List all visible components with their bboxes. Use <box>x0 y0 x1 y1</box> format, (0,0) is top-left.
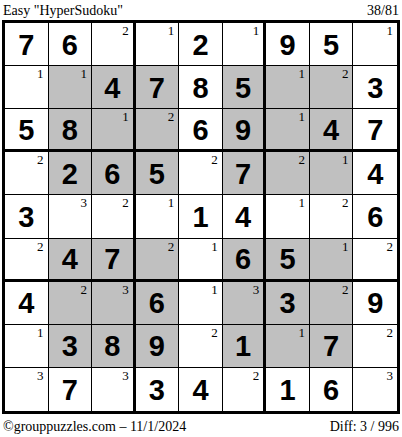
cell-r8c2[interactable]: 3 <box>49 325 93 368</box>
corner-mark: 1 <box>298 109 305 124</box>
cell-r6c1[interactable]: 2 <box>5 239 49 282</box>
puzzle-page: Easy "HyperSudoku" 38/81 762121951114785… <box>0 0 402 437</box>
corner-mark: 1 <box>122 109 129 124</box>
cell-r2c2[interactable]: 1 <box>49 66 93 109</box>
cell-r5c3[interactable]: 2 <box>92 195 136 238</box>
cell-r4c7[interactable]: 2 <box>266 152 310 195</box>
progress-counter: 38/81 <box>367 3 399 19</box>
cell-r6c2[interactable]: 4 <box>49 239 93 282</box>
cell-r4c6[interactable]: 7 <box>223 152 267 195</box>
corner-mark: 1 <box>37 66 44 81</box>
cell-r9c4[interactable]: 3 <box>136 368 180 411</box>
corner-mark: 1 <box>168 23 175 38</box>
cell-r7c1[interactable]: 4 <box>5 282 49 325</box>
given-digit: 2 <box>192 29 208 60</box>
corner-mark: 2 <box>342 66 349 81</box>
cell-r6c3[interactable]: 7 <box>92 239 136 282</box>
cell-r7c7[interactable]: 3 <box>266 282 310 325</box>
given-digit: 7 <box>62 374 78 405</box>
given-digit: 5 <box>149 158 165 189</box>
cell-r1c4[interactable]: 1 <box>136 23 180 66</box>
given-digit: 6 <box>149 287 165 318</box>
cell-r4c3[interactable]: 6 <box>92 152 136 195</box>
cell-r6c9[interactable]: 2 <box>353 239 397 282</box>
given-digit: 7 <box>367 114 383 145</box>
given-digit: 6 <box>62 29 78 60</box>
given-digit: 2 <box>62 158 78 189</box>
given-digit: 4 <box>104 72 120 103</box>
cell-r6c7[interactable]: 5 <box>266 239 310 282</box>
cell-r3c5[interactable]: 6 <box>179 109 223 152</box>
cell-r1c1[interactable]: 7 <box>5 23 49 66</box>
cell-r4c8[interactable]: 1 <box>310 152 354 195</box>
cell-r7c9[interactable]: 9 <box>353 282 397 325</box>
corner-mark: 2 <box>168 109 175 124</box>
corner-mark: 2 <box>298 152 305 167</box>
cell-r3c9[interactable]: 7 <box>353 109 397 152</box>
cell-r6c4[interactable]: 2 <box>136 239 180 282</box>
puzzle-title: Easy "HyperSudoku" <box>3 3 123 19</box>
cell-r1c3[interactable]: 2 <box>92 23 136 66</box>
cell-r4c9[interactable]: 4 <box>353 152 397 195</box>
corner-mark: 2 <box>168 239 175 254</box>
given-digit: 1 <box>280 374 296 405</box>
cell-r7c8[interactable]: 2 <box>310 282 354 325</box>
given-digit: 7 <box>323 330 339 361</box>
corner-mark: 2 <box>253 368 260 383</box>
corner-mark: 2 <box>122 23 129 38</box>
cell-r2c4[interactable]: 7 <box>136 66 180 109</box>
cell-r7c2[interactable]: 2 <box>49 282 93 325</box>
given-digit: 7 <box>18 29 34 60</box>
corner-mark: 2 <box>37 152 44 167</box>
given-digit: 9 <box>149 330 165 361</box>
corner-mark: 3 <box>253 282 260 297</box>
cell-r5c7[interactable]: 1 <box>266 195 310 238</box>
corner-mark: 2 <box>387 239 394 254</box>
corner-mark: 1 <box>387 23 394 38</box>
cell-r3c8[interactable]: 4 <box>310 109 354 152</box>
cell-r4c2[interactable]: 2 <box>49 152 93 195</box>
cell-r8c5[interactable]: 2 <box>179 325 223 368</box>
given-digit: 4 <box>367 158 383 189</box>
cell-r8c8[interactable]: 7 <box>310 325 354 368</box>
cell-r4c1[interactable]: 2 <box>5 152 49 195</box>
cell-r6c8[interactable]: 1 <box>310 239 354 282</box>
given-digit: 9 <box>280 29 296 60</box>
given-digit: 3 <box>367 72 383 103</box>
corner-mark: 3 <box>81 195 88 210</box>
corner-mark: 3 <box>122 368 129 383</box>
given-digit: 7 <box>104 243 120 274</box>
given-digit: 1 <box>192 201 208 232</box>
corner-mark: 1 <box>298 66 305 81</box>
cell-r8c9[interactable]: 2 <box>353 325 397 368</box>
cell-r2c6[interactable]: 5 <box>223 66 267 109</box>
cell-r1c8[interactable]: 5 <box>310 23 354 66</box>
cell-r2c5[interactable]: 8 <box>179 66 223 109</box>
cell-r5c9[interactable]: 6 <box>353 195 397 238</box>
given-digit: 6 <box>235 243 251 274</box>
corner-mark: 1 <box>298 325 305 340</box>
given-digit: 9 <box>235 114 251 145</box>
cell-r8c7[interactable]: 1 <box>266 325 310 368</box>
given-digit: 4 <box>235 201 251 232</box>
corner-mark: 2 <box>37 239 44 254</box>
given-digit: 9 <box>367 287 383 318</box>
cell-r9c7[interactable]: 1 <box>266 368 310 411</box>
given-digit: 3 <box>149 374 165 405</box>
given-digit: 5 <box>280 243 296 274</box>
given-digit: 3 <box>18 201 34 232</box>
corner-mark: 1 <box>342 239 349 254</box>
cell-r2c1[interactable]: 1 <box>5 66 49 109</box>
cell-r8c6[interactable]: 1 <box>223 325 267 368</box>
given-digit: 4 <box>18 287 34 318</box>
cell-r9c1[interactable]: 3 <box>5 368 49 411</box>
cell-r1c6[interactable]: 1 <box>223 23 267 66</box>
cell-r5c6[interactable]: 4 <box>223 195 267 238</box>
given-digit: 8 <box>104 330 120 361</box>
corner-mark: 1 <box>253 23 260 38</box>
cell-r9c9[interactable]: 3 <box>353 368 397 411</box>
given-digit: 5 <box>323 29 339 60</box>
cell-r9c8[interactable]: 6 <box>310 368 354 411</box>
cell-r5c2[interactable]: 3 <box>49 195 93 238</box>
corner-mark: 3 <box>37 368 44 383</box>
cell-r7c4[interactable]: 6 <box>136 282 180 325</box>
credit-text: ©grouppuzzles.com – 11/1/2024 <box>3 419 186 435</box>
corner-mark: 1 <box>168 195 175 210</box>
cell-r3c1[interactable]: 5 <box>5 109 49 152</box>
given-digit: 3 <box>280 287 296 318</box>
corner-mark: 1 <box>342 152 349 167</box>
given-digit: 6 <box>367 201 383 232</box>
cell-r9c6[interactable]: 2 <box>223 368 267 411</box>
given-digit: 5 <box>18 114 34 145</box>
given-digit: 5 <box>235 72 251 103</box>
cell-r6c5[interactable]: 1 <box>179 239 223 282</box>
given-digit: 8 <box>192 72 208 103</box>
given-digit: 7 <box>149 72 165 103</box>
corner-mark: 1 <box>298 195 305 210</box>
given-digit: 4 <box>62 243 78 274</box>
corner-mark: 1 <box>37 325 44 340</box>
corner-mark: 1 <box>81 66 88 81</box>
cell-r2c8[interactable]: 2 <box>310 66 354 109</box>
corner-mark: 2 <box>122 195 129 210</box>
corner-mark: 2 <box>342 282 349 297</box>
given-digit: 3 <box>62 330 78 361</box>
cell-r7c3[interactable]: 3 <box>92 282 136 325</box>
cell-r5c1[interactable]: 3 <box>5 195 49 238</box>
given-digit: 8 <box>62 114 78 145</box>
cell-r1c5[interactable]: 2 <box>179 23 223 66</box>
given-digit: 7 <box>235 158 251 189</box>
cell-r9c5[interactable]: 4 <box>179 368 223 411</box>
cell-r1c7[interactable]: 9 <box>266 23 310 66</box>
cell-r3c7[interactable]: 1 <box>266 109 310 152</box>
given-digit: 1 <box>235 330 251 361</box>
corner-mark: 1 <box>211 282 218 297</box>
cell-r5c4[interactable]: 1 <box>136 195 180 238</box>
corner-mark: 2 <box>211 152 218 167</box>
cell-r3c2[interactable]: 8 <box>49 109 93 152</box>
cell-r4c5[interactable]: 2 <box>179 152 223 195</box>
cell-r4c4[interactable]: 5 <box>136 152 180 195</box>
corner-mark: 3 <box>387 368 394 383</box>
given-digit: 6 <box>192 114 208 145</box>
cell-r8c1[interactable]: 1 <box>5 325 49 368</box>
cell-r5c8[interactable]: 2 <box>310 195 354 238</box>
cell-r2c9[interactable]: 3 <box>353 66 397 109</box>
cell-r3c3[interactable]: 1 <box>92 109 136 152</box>
cell-r5c5[interactable]: 1 <box>179 195 223 238</box>
cell-r9c2[interactable]: 7 <box>49 368 93 411</box>
cell-r3c4[interactable]: 2 <box>136 109 180 152</box>
given-digit: 6 <box>104 158 120 189</box>
cell-r3c6[interactable]: 9 <box>223 109 267 152</box>
cell-r9c3[interactable]: 3 <box>92 368 136 411</box>
cell-r2c3[interactable]: 4 <box>92 66 136 109</box>
cell-r8c4[interactable]: 9 <box>136 325 180 368</box>
header: Easy "HyperSudoku" 38/81 <box>0 0 402 20</box>
cell-r1c2[interactable]: 6 <box>49 23 93 66</box>
corner-mark: 2 <box>81 282 88 297</box>
footer: ©grouppuzzles.com – 11/1/2024 Diff: 3 / … <box>0 419 402 435</box>
given-digit: 6 <box>323 374 339 405</box>
given-digit: 4 <box>192 374 208 405</box>
given-digit: 4 <box>323 114 339 145</box>
cell-r7c6[interactable]: 3 <box>223 282 267 325</box>
corner-mark: 2 <box>387 325 394 340</box>
difficulty-text: Diff: 3 / 996 <box>330 419 399 435</box>
cell-r2c7[interactable]: 1 <box>266 66 310 109</box>
cell-r7c5[interactable]: 1 <box>179 282 223 325</box>
corner-mark: 1 <box>211 239 218 254</box>
cell-r8c3[interactable]: 8 <box>92 325 136 368</box>
corner-mark: 2 <box>211 325 218 340</box>
cell-r1c9[interactable]: 1 <box>353 23 397 66</box>
corner-mark: 2 <box>342 195 349 210</box>
corner-mark: 3 <box>122 282 129 297</box>
cell-r6c6[interactable]: 6 <box>223 239 267 282</box>
sudoku-board: 7621219511147851235812691472265272143321… <box>2 20 400 414</box>
